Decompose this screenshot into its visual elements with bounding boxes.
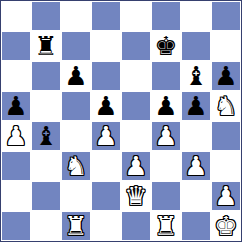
piece-white-pawn[interactable]: ♟ [124, 151, 147, 181]
square-g8[interactable] [181, 1, 211, 31]
square-a5[interactable]: ♟ [1, 91, 31, 121]
square-a4[interactable]: ♟ [1, 121, 31, 151]
piece-white-pawn[interactable]: ♟ [94, 121, 117, 151]
square-b8[interactable] [31, 1, 61, 31]
piece-black-bishop[interactable]: ♝ [34, 121, 57, 151]
piece-black-rook[interactable]: ♜ [34, 31, 57, 61]
piece-black-pawn[interactable]: ♟ [4, 91, 27, 121]
square-b7[interactable]: ♜ [31, 31, 61, 61]
square-g3[interactable]: ♟ [181, 151, 211, 181]
piece-black-pawn[interactable]: ♟ [184, 91, 207, 121]
piece-white-pawn[interactable]: ♟ [184, 151, 207, 181]
square-b2[interactable] [31, 181, 61, 211]
square-h7[interactable] [211, 31, 241, 61]
square-g1[interactable] [181, 211, 211, 241]
square-a6[interactable] [1, 61, 31, 91]
square-a3[interactable] [1, 151, 31, 181]
square-e5[interactable] [121, 91, 151, 121]
piece-white-rook[interactable]: ♜ [64, 211, 87, 241]
piece-white-queen[interactable]: ♛ [124, 181, 147, 211]
square-a8[interactable] [1, 1, 31, 31]
square-f6[interactable] [151, 61, 181, 91]
square-d5[interactable]: ♟ [91, 91, 121, 121]
square-a7[interactable] [1, 31, 31, 61]
square-c8[interactable] [61, 1, 91, 31]
square-d2[interactable] [91, 181, 121, 211]
square-b4[interactable]: ♝ [31, 121, 61, 151]
piece-white-knight[interactable]: ♞ [214, 91, 237, 121]
square-d7[interactable] [91, 31, 121, 61]
chess-board: ♜♚♟♝♟♟♟♟♟♞♟♝♟♟♞♟♟♛♟♜♜♚ [0, 0, 242, 242]
square-h1[interactable]: ♚ [211, 211, 241, 241]
square-c1[interactable]: ♜ [61, 211, 91, 241]
square-g5[interactable]: ♟ [181, 91, 211, 121]
square-e6[interactable] [121, 61, 151, 91]
piece-white-rook[interactable]: ♜ [154, 211, 177, 241]
square-e7[interactable] [121, 31, 151, 61]
square-f2[interactable] [151, 181, 181, 211]
square-f3[interactable] [151, 151, 181, 181]
piece-black-pawn[interactable]: ♟ [214, 61, 237, 91]
square-a2[interactable] [1, 181, 31, 211]
square-g4[interactable] [181, 121, 211, 151]
square-b5[interactable] [31, 91, 61, 121]
square-h6[interactable]: ♟ [211, 61, 241, 91]
square-f4[interactable]: ♟ [151, 121, 181, 151]
square-e8[interactable] [121, 1, 151, 31]
square-g7[interactable] [181, 31, 211, 61]
piece-white-king[interactable]: ♚ [214, 211, 237, 241]
square-d1[interactable] [91, 211, 121, 241]
square-f8[interactable] [151, 1, 181, 31]
piece-black-pawn[interactable]: ♟ [64, 61, 87, 91]
piece-black-pawn[interactable]: ♟ [94, 91, 117, 121]
square-g2[interactable] [181, 181, 211, 211]
square-h8[interactable] [211, 1, 241, 31]
square-a1[interactable] [1, 211, 31, 241]
square-f1[interactable]: ♜ [151, 211, 181, 241]
square-g6[interactable]: ♝ [181, 61, 211, 91]
square-c5[interactable] [61, 91, 91, 121]
square-e2[interactable]: ♛ [121, 181, 151, 211]
square-d8[interactable] [91, 1, 121, 31]
square-b1[interactable] [31, 211, 61, 241]
square-c3[interactable]: ♞ [61, 151, 91, 181]
square-c6[interactable]: ♟ [61, 61, 91, 91]
piece-white-pawn[interactable]: ♟ [4, 121, 27, 151]
piece-black-king[interactable]: ♚ [154, 31, 177, 61]
square-h3[interactable] [211, 151, 241, 181]
square-c4[interactable] [61, 121, 91, 151]
square-h4[interactable] [211, 121, 241, 151]
square-c7[interactable] [61, 31, 91, 61]
square-b3[interactable] [31, 151, 61, 181]
square-b6[interactable] [31, 61, 61, 91]
piece-white-pawn[interactable]: ♟ [214, 181, 237, 211]
square-d6[interactable] [91, 61, 121, 91]
square-c2[interactable] [61, 181, 91, 211]
square-e4[interactable] [121, 121, 151, 151]
square-e3[interactable]: ♟ [121, 151, 151, 181]
piece-black-pawn[interactable]: ♟ [154, 91, 177, 121]
piece-white-pawn[interactable]: ♟ [154, 121, 177, 151]
piece-black-bishop[interactable]: ♝ [184, 61, 207, 91]
square-h5[interactable]: ♞ [211, 91, 241, 121]
square-d4[interactable]: ♟ [91, 121, 121, 151]
piece-white-knight[interactable]: ♞ [64, 151, 87, 181]
square-f7[interactable]: ♚ [151, 31, 181, 61]
square-h2[interactable]: ♟ [211, 181, 241, 211]
square-e1[interactable] [121, 211, 151, 241]
square-d3[interactable] [91, 151, 121, 181]
square-f5[interactable]: ♟ [151, 91, 181, 121]
